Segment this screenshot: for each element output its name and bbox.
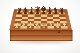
black-pawn: ♟ <box>60 10 64 15</box>
board-square: ♝ <box>47 26 54 29</box>
white-knight: ♞ <box>55 23 60 28</box>
black-pawn: ♟ <box>54 10 58 15</box>
white-queen: ♛ <box>35 23 40 29</box>
white-rook: ♜ <box>15 24 19 29</box>
board-square: ♟ <box>59 12 65 14</box>
board-square: ♚ <box>41 26 48 29</box>
board-square: ♜ <box>61 26 68 29</box>
product-photo: ♜♞♝♛♚♝♞♜♟♟♟♟♟♟♟♟♟♟♟♟♟♟♟♟♜♞♝♛♚♝♞♜ <box>0 0 80 53</box>
photo-canvas: ♜♞♝♛♚♝♞♜♟♟♟♟♟♟♟♟♟♟♟♟♟♟♟♟♜♞♝♛♚♝♞♜ <box>0 0 80 53</box>
white-rook: ♜ <box>62 24 66 29</box>
black-pawn: ♟ <box>23 10 27 15</box>
black-pawn: ♟ <box>48 10 52 15</box>
black-pawn: ♟ <box>29 10 33 15</box>
chess-board: ♜♞♝♛♚♝♞♜♟♟♟♟♟♟♟♟♟♟♟♟♟♟♟♟♜♞♝♛♚♝♞♜ <box>9 9 71 30</box>
black-pawn: ♟ <box>42 10 46 15</box>
black-pawn: ♟ <box>17 10 21 15</box>
board-perspective: ♜♞♝♛♚♝♞♜♟♟♟♟♟♟♟♟♟♟♟♟♟♟♟♟♜♞♝♛♚♝♞♜ <box>9 0 71 30</box>
black-pawn: ♟ <box>35 10 39 15</box>
white-king: ♚ <box>41 22 47 28</box>
white-bishop: ♝ <box>48 23 53 28</box>
board-square: ♛ <box>34 26 41 29</box>
box-front <box>10 30 72 41</box>
drawer-knob <box>58 31 60 33</box>
white-knight: ♞ <box>21 23 26 28</box>
white-bishop: ♝ <box>28 23 33 28</box>
